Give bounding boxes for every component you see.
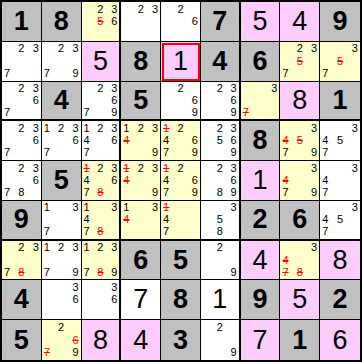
cell-r9c3[interactable]: 8 [82, 320, 122, 360]
candidate-3: 3 [33, 83, 39, 94]
candidate-1: 1 [84, 123, 90, 134]
cell-r7c1[interactable]: 2378 [2, 241, 42, 281]
pencil-marks: 269 [161, 82, 200, 120]
cell-r8c3[interactable]: 36 [82, 280, 122, 320]
candidate-3: 3 [72, 242, 78, 253]
entered-digit: 6 [320, 320, 360, 360]
sudoku-board: 1823562326754923723795814623573572367423… [0, 0, 362, 362]
candidate-3: 3 [111, 282, 117, 293]
pencil-marks: 23678 [2, 161, 41, 200]
candidate-4: 4 [322, 175, 328, 186]
candidate-9: 9 [231, 107, 237, 118]
candidate-7: 7 [44, 147, 50, 158]
pencil-marks: 2679 [42, 320, 81, 360]
candidate-9: 9 [231, 147, 237, 158]
given-digit: 1 [320, 82, 360, 120]
candidate-3: 3 [111, 83, 117, 94]
candidate-3: 3 [33, 43, 39, 54]
candidate-5: 5 [337, 214, 343, 225]
candidate-2: 2 [58, 43, 64, 54]
candidate-8-eliminated: 8 [297, 267, 303, 278]
candidate-3: 3 [72, 123, 78, 134]
cell-r4c7[interactable]: 8 [241, 121, 281, 161]
given-digit: 8 [161, 280, 200, 319]
candidate-2: 2 [217, 322, 223, 333]
pencil-marks: 2378 [2, 241, 41, 280]
candidate-2: 2 [97, 123, 103, 134]
cell-r5c1[interactable]: 23678 [2, 161, 42, 201]
candidate-1: 1 [44, 123, 50, 134]
given-digit: 9 [320, 2, 360, 41]
cell-r3c6[interactable]: 2369 [201, 82, 241, 122]
candidate-4-eliminated: 4 [282, 135, 288, 146]
entered-digit: 7 [121, 280, 160, 319]
cell-r8c6[interactable]: 1 [201, 280, 241, 320]
candidate-4-eliminated: 4 [282, 255, 288, 266]
cell-r6c6[interactable]: 358 [201, 201, 241, 241]
candidate-2: 2 [18, 123, 24, 134]
cell-r8c1[interactable]: 4 [2, 280, 42, 320]
given-digit: 5 [42, 161, 81, 200]
pencil-marks: 3457 [320, 201, 360, 239]
candidate-6: 6 [111, 16, 117, 27]
candidate-3: 3 [33, 163, 39, 174]
pencil-marks: 2367 [2, 121, 41, 160]
cell-r2c2[interactable]: 2379 [42, 42, 82, 82]
candidate-7-eliminated: 7 [243, 107, 249, 118]
cell-r1c3[interactable]: 2356 [82, 2, 122, 42]
candidate-4: 4 [84, 214, 90, 225]
pencil-marks: 124679 [161, 161, 200, 200]
cell-r2c1[interactable]: 237 [2, 42, 42, 82]
cell-r2c3[interactable]: 5 [82, 42, 122, 82]
cell-r2c4[interactable]: 8 [121, 42, 161, 82]
pencil-marks: 29 [201, 241, 239, 280]
given-digit: 8 [42, 2, 81, 41]
candidate-7-eliminated: 7 [44, 347, 50, 358]
cell-r7c9[interactable]: 8 [320, 241, 360, 281]
candidate-7: 7 [322, 147, 328, 158]
candidate-4: 4 [322, 214, 328, 225]
candidate-6: 6 [192, 95, 198, 106]
cell-r5c8[interactable]: 3479 [280, 161, 320, 201]
cell-r8c8[interactable]: 5 [280, 280, 320, 320]
candidate-6: 6 [231, 175, 237, 186]
candidate-3: 3 [72, 282, 78, 293]
cell-r3c9[interactable]: 1 [320, 82, 360, 122]
candidate-3: 3 [311, 163, 317, 174]
candidate-6: 6 [231, 95, 237, 106]
candidate-8-eliminated: 8 [97, 267, 103, 278]
pencil-marks: 357 [320, 42, 360, 81]
candidate-3: 3 [352, 202, 358, 213]
given-digit: 7 [201, 2, 239, 41]
cell-r4c5[interactable]: 124679 [161, 121, 201, 161]
given-digit: 2 [320, 280, 360, 319]
pencil-marks: 36 [42, 280, 81, 319]
cell-r1c7[interactable]: 5 [241, 2, 281, 42]
cell-r6c3[interactable]: 13478 [82, 201, 122, 241]
cell-r5c4[interactable]: 12349 [121, 161, 161, 201]
candidate-7: 7 [322, 68, 328, 79]
given-digit: 1 [2, 2, 41, 41]
candidate-9: 9 [72, 347, 78, 358]
pencil-marks: 23679 [82, 82, 120, 120]
candidate-6: 6 [111, 135, 117, 146]
pencil-marks: 2356 [82, 2, 120, 41]
pencil-marks: 124679 [161, 121, 200, 160]
pencil-marks: 347 [320, 161, 360, 200]
candidate-7: 7 [282, 68, 288, 79]
candidate-6: 6 [72, 135, 78, 146]
cell-r5c3[interactable]: 1234678 [82, 161, 122, 201]
entered-digit: 8 [320, 241, 360, 280]
cell-r5c6[interactable]: 23689 [201, 161, 241, 201]
candidate-9: 9 [311, 187, 317, 198]
entered-digit: 7 [241, 320, 280, 360]
candidate-9: 9 [192, 147, 198, 158]
cell-r8c5[interactable]: 8 [161, 280, 201, 320]
candidate-7: 7 [84, 226, 90, 237]
candidate-6: 6 [33, 135, 39, 146]
candidate-7: 7 [322, 226, 328, 237]
cell-r2c5[interactable]: 1 [161, 42, 201, 82]
given-digit: 6 [121, 241, 160, 280]
pencil-marks: 123467 [82, 121, 120, 160]
candidate-7-eliminated: 7 [282, 267, 288, 278]
candidate-7: 7 [163, 147, 169, 158]
candidate-7: 7 [4, 267, 10, 278]
candidate-5: 5 [337, 135, 343, 146]
cell-r6c2[interactable]: 137 [42, 201, 82, 241]
candidate-7: 7 [4, 187, 10, 198]
candidate-3: 3 [352, 163, 358, 174]
given-digit: 2 [241, 201, 280, 239]
candidate-3: 3 [231, 163, 237, 174]
cell-r5c2[interactable]: 5 [42, 161, 82, 201]
candidate-6-eliminated: 6 [72, 335, 78, 346]
pencil-marks: 2357 [280, 42, 319, 81]
candidate-1-eliminated: 1 [84, 163, 90, 174]
cell-r6c9[interactable]: 3457 [320, 201, 360, 241]
candidate-2: 2 [297, 43, 303, 54]
cell-r8c4[interactable]: 7 [121, 280, 161, 320]
candidate-4: 4 [163, 135, 169, 146]
cell-r7c6[interactable]: 29 [201, 241, 241, 281]
pencil-marks: 13478 [82, 201, 120, 239]
candidate-7: 7 [44, 267, 50, 278]
candidate-2: 2 [97, 4, 103, 15]
pencil-marks: 3457 [320, 121, 360, 160]
candidate-2: 2 [97, 242, 103, 253]
cell-r7c7[interactable]: 4 [241, 241, 281, 281]
candidate-7: 7 [4, 68, 10, 79]
given-digit: 5 [2, 320, 41, 360]
cell-r4c4[interactable]: 12349 [121, 121, 161, 161]
cell-r3c3[interactable]: 23679 [82, 82, 122, 122]
pencil-marks: 358 [201, 201, 239, 239]
candidate-6: 6 [33, 175, 39, 186]
candidate-7: 7 [163, 187, 169, 198]
candidate-2: 2 [217, 242, 223, 253]
candidate-6: 6 [192, 175, 198, 186]
cell-r4c8[interactable]: 34579 [280, 121, 320, 161]
candidate-3: 3 [231, 202, 237, 213]
pencil-marks: 37 [241, 82, 280, 120]
given-digit: 4 [42, 82, 81, 120]
cell-r8c7[interactable]: 9 [241, 280, 281, 320]
cell-r8c2[interactable]: 36 [42, 280, 82, 320]
cell-r9c7[interactable]: 7 [241, 320, 281, 360]
cell-r4c3[interactable]: 123467 [82, 121, 122, 161]
candidate-6: 6 [72, 294, 78, 305]
candidate-9: 9 [111, 267, 117, 278]
cell-r7c8[interactable]: 3478 [280, 241, 320, 281]
given-digit: 5 [121, 82, 160, 120]
cell-r7c5[interactable]: 5 [161, 241, 201, 281]
candidate-8: 8 [217, 226, 223, 237]
cell-r8c9[interactable]: 2 [320, 280, 360, 320]
candidate-3: 3 [111, 202, 117, 213]
entered-digit: 5 [82, 42, 120, 81]
candidate-7: 7 [44, 226, 50, 237]
cell-r1c9[interactable]: 9 [320, 2, 360, 42]
candidate-3: 3 [271, 83, 277, 94]
candidate-3: 3 [111, 163, 117, 174]
entered-digit: 4 [280, 2, 319, 41]
given-digit: 9 [2, 201, 41, 239]
cell-r9c6[interactable]: 29 [201, 320, 241, 360]
given-digit: 4 [201, 42, 239, 81]
candidate-5-eliminated: 5 [337, 56, 343, 67]
given-digit: 6 [280, 201, 319, 239]
candidate-5-eliminated: 5 [297, 135, 303, 146]
pencil-marks: 2369 [201, 82, 239, 120]
entered-digit: 1 [201, 280, 239, 319]
candidate-2: 2 [97, 163, 103, 174]
candidate-6: 6 [111, 95, 117, 106]
cell-r3c5[interactable]: 269 [161, 82, 201, 122]
candidate-3: 3 [152, 202, 158, 213]
candidate-2: 2 [18, 83, 24, 94]
entered-digit: 1 [161, 42, 200, 81]
cell-r6c5[interactable]: 147 [161, 201, 201, 241]
cell-r2c6[interactable]: 4 [201, 42, 241, 82]
candidate-1: 1 [44, 202, 50, 213]
cell-r3c2[interactable]: 4 [42, 82, 82, 122]
candidate-9: 9 [192, 107, 198, 118]
cell-r9c5[interactable]: 3 [161, 320, 201, 360]
cell-r4c6[interactable]: 23569 [201, 121, 241, 161]
candidate-3: 3 [311, 242, 317, 253]
cell-r9c1[interactable]: 5 [2, 320, 42, 360]
candidate-1: 1 [123, 123, 129, 134]
candidate-2: 2 [138, 163, 144, 174]
pencil-marks: 2367 [2, 82, 41, 120]
pencil-marks: 12349 [121, 161, 160, 200]
candidate-3: 3 [152, 4, 158, 15]
candidate-1-eliminated: 1 [123, 163, 129, 174]
pencil-marks: 36 [82, 280, 120, 319]
candidate-2: 2 [177, 163, 183, 174]
candidate-3: 3 [33, 242, 39, 253]
candidate-8-eliminated: 8 [97, 187, 103, 198]
pencil-marks: 23689 [201, 161, 239, 200]
entered-digit: 5 [280, 280, 319, 319]
candidate-9: 9 [111, 107, 117, 118]
candidate-2: 2 [58, 242, 64, 253]
candidate-5-eliminated: 5 [297, 56, 303, 67]
candidate-3: 3 [311, 123, 317, 134]
candidate-7: 7 [322, 187, 328, 198]
pencil-marks: 29 [201, 320, 239, 360]
cell-r3c7[interactable]: 37 [241, 82, 281, 122]
cell-r6c1[interactable]: 9 [2, 201, 42, 241]
candidate-2: 2 [138, 123, 144, 134]
candidate-4: 4 [322, 135, 328, 146]
candidate-3: 3 [311, 43, 317, 54]
cell-r1c1[interactable]: 1 [2, 2, 42, 42]
candidate-2: 2 [138, 4, 144, 15]
candidate-2: 2 [177, 123, 183, 134]
cell-r9c4[interactable]: 4 [121, 320, 161, 360]
cell-r3c1[interactable]: 2367 [2, 82, 42, 122]
cell-r5c9[interactable]: 347 [320, 161, 360, 201]
candidate-9: 9 [72, 68, 78, 79]
candidate-2: 2 [177, 4, 183, 15]
cell-r4c2[interactable]: 12367 [42, 121, 82, 161]
given-digit: 1 [280, 320, 319, 360]
cell-r5c5[interactable]: 124679 [161, 161, 201, 201]
given-digit: 8 [121, 42, 160, 81]
candidate-2: 2 [177, 83, 183, 94]
pencil-marks: 12379 [42, 241, 81, 280]
entered-digit: 8 [82, 320, 120, 360]
candidate-2: 2 [58, 322, 64, 333]
candidate-3: 3 [152, 163, 158, 174]
candidate-8: 8 [217, 187, 223, 198]
cell-r7c3[interactable]: 123789 [82, 241, 122, 281]
candidate-9: 9 [152, 187, 158, 198]
candidate-5: 5 [217, 214, 223, 225]
candidate-3: 3 [33, 123, 39, 134]
cell-r9c8[interactable]: 1 [280, 320, 320, 360]
pencil-marks: 26 [161, 2, 200, 41]
cell-r1c6[interactable]: 7 [201, 2, 241, 42]
cell-r6c4[interactable]: 134 [121, 201, 161, 241]
candidate-3: 3 [231, 123, 237, 134]
candidate-1: 1 [44, 242, 50, 253]
candidate-7: 7 [4, 107, 10, 118]
cell-r9c2[interactable]: 2679 [42, 320, 82, 360]
cell-r1c4[interactable]: 23 [121, 2, 161, 42]
candidate-2: 2 [18, 43, 24, 54]
cell-r1c5[interactable]: 26 [161, 2, 201, 42]
cell-r2c7[interactable]: 6 [241, 42, 281, 82]
candidate-1-eliminated: 1 [163, 123, 169, 134]
given-digit: 4 [2, 280, 41, 319]
cell-r4c1[interactable]: 2367 [2, 121, 42, 161]
candidate-7: 7 [84, 107, 90, 118]
cell-r7c2[interactable]: 12379 [42, 241, 82, 281]
entered-digit: 5 [241, 2, 280, 41]
candidate-7: 7 [282, 187, 288, 198]
candidate-7: 7 [282, 147, 288, 158]
pencil-marks: 237 [2, 42, 41, 81]
candidate-2: 2 [217, 123, 223, 134]
candidate-3: 3 [352, 123, 358, 134]
candidate-7: 7 [84, 267, 90, 278]
candidate-4: 4 [163, 175, 169, 186]
cell-r2c9[interactable]: 357 [320, 42, 360, 82]
candidate-4-eliminated: 4 [282, 175, 288, 186]
candidate-9: 9 [152, 147, 158, 158]
given-digit: 3 [161, 320, 200, 360]
cell-r9c9[interactable]: 6 [320, 320, 360, 360]
cell-r6c8[interactable]: 6 [280, 201, 320, 241]
candidate-2: 2 [18, 163, 24, 174]
candidate-1-eliminated: 1 [163, 202, 169, 213]
cell-r7c4[interactable]: 6 [121, 241, 161, 281]
given-digit: 6 [241, 42, 280, 81]
candidate-5: 5 [217, 135, 223, 146]
candidate-3: 3 [152, 123, 158, 134]
candidate-4-eliminated: 4 [123, 135, 129, 146]
candidate-3: 3 [111, 242, 117, 253]
cell-r6c7[interactable]: 2 [241, 201, 281, 241]
candidate-3: 3 [111, 4, 117, 15]
candidate-4: 4 [163, 214, 169, 225]
cell-r1c8[interactable]: 4 [280, 2, 320, 42]
candidate-7: 7 [44, 68, 50, 79]
cell-r5c7[interactable]: 1 [241, 161, 281, 201]
cell-r2c8[interactable]: 2357 [280, 42, 320, 82]
candidate-6: 6 [111, 175, 117, 186]
cell-r1c2[interactable]: 8 [42, 2, 82, 42]
candidate-2: 2 [18, 242, 24, 253]
pencil-marks: 23569 [201, 121, 239, 160]
candidate-9: 9 [311, 147, 317, 158]
candidate-1: 1 [123, 202, 129, 213]
pencil-marks: 1234678 [82, 161, 120, 200]
candidate-6: 6 [231, 135, 237, 146]
given-digit: 9 [241, 280, 280, 319]
candidate-8-eliminated: 8 [18, 267, 24, 278]
entered-digit: 1 [241, 161, 280, 200]
given-digit: 8 [241, 121, 280, 160]
candidate-2: 2 [58, 123, 64, 134]
cell-r3c8[interactable]: 8 [280, 82, 320, 122]
pencil-marks: 23 [121, 2, 160, 41]
pencil-marks: 134 [121, 201, 160, 239]
pencil-marks: 12367 [42, 121, 81, 160]
entered-digit: 8 [280, 82, 319, 120]
candidate-3: 3 [231, 83, 237, 94]
candidate-4: 4 [84, 175, 90, 186]
candidate-1-eliminated: 1 [163, 163, 169, 174]
candidate-4-eliminated: 4 [123, 175, 129, 186]
pencil-marks: 12349 [121, 121, 160, 160]
candidate-6: 6 [33, 95, 39, 106]
cell-r3c4[interactable]: 5 [121, 82, 161, 122]
candidate-9: 9 [231, 347, 237, 358]
entered-digit: 4 [241, 241, 280, 280]
candidate-7: 7 [84, 147, 90, 158]
candidate-7: 7 [84, 187, 90, 198]
pencil-marks: 3479 [280, 161, 319, 200]
pencil-marks: 3478 [280, 241, 319, 280]
cell-r4c9[interactable]: 3457 [320, 121, 360, 161]
